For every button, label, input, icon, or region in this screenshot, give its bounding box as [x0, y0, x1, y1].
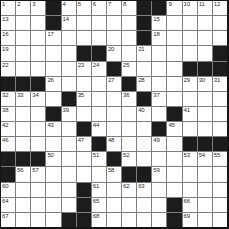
cell-r9c1[interactable]: 42 [1, 122, 15, 136]
cell-r7c11[interactable]: 37 [152, 92, 166, 106]
cell-r2c15[interactable] [213, 16, 227, 30]
clue-number: 68 [93, 213, 99, 219]
cell-r14c1[interactable]: 64 [1, 198, 15, 212]
cell-r8c9[interactable] [122, 107, 136, 121]
cell-r15c14[interactable] [198, 213, 212, 227]
cell-r11c7[interactable]: 51 [92, 152, 106, 166]
black-square-r3c10 [137, 31, 151, 45]
cell-r1c2[interactable]: 2 [16, 1, 30, 15]
black-square-r12c9 [122, 167, 136, 181]
black-square-r4c6 [77, 46, 91, 60]
cell-r9c13[interactable] [183, 122, 197, 136]
cell-r15c13[interactable]: 69 [183, 213, 197, 227]
cell-r13c2[interactable] [16, 183, 30, 197]
cell-r6c11[interactable] [152, 77, 166, 91]
black-square-r1c4 [46, 1, 60, 15]
cell-r1c13[interactable]: 10 [183, 1, 197, 15]
clue-number: 7 [108, 1, 111, 7]
cell-r1c1[interactable]: 1 [1, 1, 15, 15]
cell-r12c3[interactable]: 57 [31, 167, 45, 181]
cell-r2c14[interactable] [198, 16, 212, 30]
clue-number: 31 [214, 77, 220, 83]
black-square-r5c14 [198, 62, 212, 76]
cell-r13c15[interactable] [213, 183, 227, 197]
cell-r12c5[interactable] [62, 167, 76, 181]
clue-number: 23 [78, 62, 84, 68]
cell-r5c3[interactable] [31, 62, 45, 76]
cell-r15c8[interactable] [107, 213, 121, 227]
cell-r2c9[interactable] [122, 16, 136, 30]
clue-number: 17 [47, 31, 53, 37]
clue-number: 44 [93, 122, 99, 128]
black-square-r8c12 [167, 107, 181, 121]
cell-r10c10[interactable] [137, 137, 151, 151]
cell-r4c10[interactable]: 21 [137, 46, 151, 60]
clue-number: 29 [184, 77, 190, 83]
cell-r3c4[interactable]: 17 [46, 31, 60, 45]
cell-r3c13[interactable] [183, 31, 197, 45]
cell-r14c2[interactable] [16, 198, 30, 212]
black-square-r15c6 [77, 213, 91, 227]
cell-r13c10[interactable]: 63 [137, 183, 151, 197]
black-square-r11c1 [1, 152, 15, 166]
cell-r9c7[interactable]: 44 [92, 122, 106, 136]
clue-number: 48 [108, 137, 114, 143]
clue-number: 4 [63, 1, 66, 7]
cell-r9c4[interactable]: 43 [46, 122, 60, 136]
cell-r11c15[interactable]: 55 [213, 152, 227, 166]
cell-r8c14[interactable] [198, 107, 212, 121]
cell-r13c3[interactable] [31, 183, 45, 197]
black-square-r14c6 [77, 198, 91, 212]
clue-number: 62 [123, 183, 129, 189]
cell-r12c8[interactable]: 58 [107, 167, 121, 181]
cell-r12c15[interactable] [213, 167, 227, 181]
clue-number: 64 [2, 198, 8, 204]
cell-r15c2[interactable] [16, 213, 30, 227]
clue-number: 59 [153, 167, 159, 173]
cell-r3c8[interactable] [107, 31, 121, 45]
black-square-r11c8 [107, 152, 121, 166]
clue-number: 15 [153, 16, 159, 22]
clue-number: 1 [2, 1, 5, 7]
cell-r7c9[interactable]: 36 [122, 92, 136, 106]
cell-r7c14[interactable] [198, 92, 212, 106]
cell-r14c3[interactable] [31, 198, 45, 212]
cell-r12c13[interactable] [183, 167, 197, 181]
clue-number: 3 [32, 1, 35, 7]
cell-r7c4[interactable] [46, 92, 60, 106]
clue-number: 12 [214, 1, 220, 7]
black-square-r1c11 [152, 1, 166, 15]
cell-r9c2[interactable] [16, 122, 30, 136]
cell-r1c3[interactable]: 3 [31, 1, 45, 15]
cell-r13c9[interactable]: 62 [122, 183, 136, 197]
clue-number: 10 [184, 1, 190, 7]
cell-r14c14[interactable] [198, 198, 212, 212]
cell-r3c6[interactable] [77, 31, 91, 45]
cell-r10c8[interactable]: 48 [107, 137, 121, 151]
cell-r14c10[interactable] [137, 198, 151, 212]
clue-number: 11 [199, 1, 205, 7]
cell-r10c3[interactable] [31, 137, 45, 151]
cell-r9c8[interactable] [107, 122, 121, 136]
clue-number: 42 [2, 122, 8, 128]
clue-number: 6 [93, 1, 96, 7]
clue-number: 14 [63, 16, 69, 22]
clue-number: 51 [93, 152, 99, 158]
cell-r4c1[interactable]: 19 [1, 46, 15, 60]
cell-r13c12[interactable] [167, 183, 181, 197]
cell-r2c8[interactable] [107, 16, 121, 30]
cell-r14c7[interactable]: 65 [92, 198, 106, 212]
cell-r10c6[interactable]: 47 [77, 137, 91, 151]
cell-r15c1[interactable]: 67 [1, 213, 15, 227]
cell-r3c5[interactable] [62, 31, 76, 45]
cell-r1c5[interactable]: 4 [62, 1, 76, 15]
cell-r14c8[interactable] [107, 198, 121, 212]
cell-r7c2[interactable]: 33 [16, 92, 30, 106]
clue-number: 50 [47, 152, 53, 158]
cell-r15c15[interactable] [213, 213, 227, 227]
cell-r12c14[interactable] [198, 167, 212, 181]
clue-number: 67 [2, 213, 8, 219]
cell-r10c1[interactable]: 46 [1, 137, 15, 151]
cell-r11c10[interactable] [137, 152, 151, 166]
cell-r15c4[interactable] [46, 213, 60, 227]
black-square-r7c5 [62, 92, 76, 106]
clue-number: 8 [123, 1, 126, 7]
cell-r13c5[interactable] [62, 183, 76, 197]
cell-r10c9[interactable] [122, 137, 136, 151]
cell-r6c8[interactable]: 27 [107, 77, 121, 91]
clue-number: 56 [17, 167, 23, 173]
clue-number: 28 [138, 77, 144, 83]
clue-number: 60 [2, 183, 8, 189]
cell-r4c12[interactable] [167, 46, 181, 60]
black-square-r4c15 [213, 46, 227, 60]
cell-r4c14[interactable] [198, 46, 212, 60]
cell-r5c1[interactable]: 22 [1, 62, 15, 76]
black-square-r9c6 [77, 122, 91, 136]
clue-number: 13 [2, 16, 8, 22]
cell-r3c1[interactable]: 16 [1, 31, 15, 45]
clue-number: 40 [138, 107, 144, 113]
cell-r11c4[interactable]: 50 [46, 152, 60, 166]
cell-r11c6[interactable] [77, 152, 91, 166]
cell-r8c6[interactable] [77, 107, 91, 121]
clue-number: 2 [17, 1, 20, 7]
clue-number: 52 [123, 152, 129, 158]
clue-number: 18 [153, 31, 159, 37]
cell-r11c5[interactable] [62, 152, 76, 166]
cell-r11c11[interactable] [152, 152, 166, 166]
cell-r5c7[interactable]: 24 [92, 62, 106, 76]
clue-number: 43 [47, 122, 53, 128]
cell-r13c11[interactable] [152, 183, 166, 197]
cell-r9c15[interactable] [213, 122, 227, 136]
clue-number: 45 [168, 122, 174, 128]
black-square-r10c13 [183, 137, 197, 151]
cell-r1c8[interactable]: 7 [107, 1, 121, 15]
cell-r13c1[interactable]: 60 [1, 183, 15, 197]
cell-r13c14[interactable] [198, 183, 212, 197]
black-square-r11c2 [16, 152, 30, 166]
clue-number: 24 [93, 62, 99, 68]
cell-r4c9[interactable] [122, 46, 136, 60]
black-square-r6c1 [1, 77, 15, 91]
cell-r5c2[interactable] [16, 62, 30, 76]
cell-r1c14[interactable]: 11 [198, 1, 212, 15]
cell-r11c12[interactable] [167, 152, 181, 166]
black-square-r2c10 [137, 16, 151, 30]
clue-number: 35 [78, 92, 84, 98]
black-square-r15c5 [62, 213, 76, 227]
cell-r10c2[interactable] [16, 137, 30, 151]
cell-r6c13[interactable]: 29 [183, 77, 197, 91]
cell-r7c6[interactable]: 35 [77, 92, 91, 106]
cell-r11c9[interactable]: 52 [122, 152, 136, 166]
cell-r3c12[interactable] [167, 31, 181, 45]
black-square-r1c10 [137, 1, 151, 15]
cell-r13c4[interactable] [46, 183, 60, 197]
black-square-r8c4 [46, 107, 60, 121]
black-square-r5c13 [183, 62, 197, 76]
cell-r7c15[interactable] [213, 92, 227, 106]
cell-r3c14[interactable] [198, 31, 212, 45]
clue-number: 34 [32, 92, 38, 98]
black-square-r11c3 [31, 152, 45, 166]
cell-r1c9[interactable]: 8 [122, 1, 136, 15]
clue-number: 41 [184, 107, 190, 113]
clue-number: 21 [138, 46, 144, 52]
clue-number: 53 [184, 152, 190, 158]
cell-r10c5[interactable] [62, 137, 76, 151]
cell-r13c8[interactable] [107, 183, 121, 197]
cell-r8c2[interactable] [16, 107, 30, 121]
cell-r2c12[interactable] [167, 16, 181, 30]
cell-r8c10[interactable]: 40 [137, 107, 151, 121]
cell-r2c1[interactable]: 13 [1, 16, 15, 30]
clue-number: 39 [63, 107, 69, 113]
cell-r10c4[interactable] [46, 137, 60, 151]
cell-r4c2[interactable] [16, 46, 30, 60]
cell-r7c8[interactable] [107, 92, 121, 106]
cell-r14c9[interactable] [122, 198, 136, 212]
black-square-r14c12 [167, 198, 181, 212]
cell-r7c13[interactable] [183, 92, 197, 106]
cell-r6c10[interactable]: 28 [137, 77, 151, 91]
clue-number: 16 [2, 31, 8, 37]
cell-r6c14[interactable]: 30 [198, 77, 212, 91]
clue-number: 65 [93, 198, 99, 204]
cell-r15c11[interactable] [152, 213, 166, 227]
black-square-r10c15 [213, 137, 227, 151]
cell-r9c10[interactable] [137, 122, 151, 136]
cell-r2c5[interactable]: 14 [62, 16, 76, 30]
cell-r3c9[interactable] [122, 31, 136, 45]
cell-r2c2[interactable] [16, 16, 30, 30]
cell-r2c3[interactable] [31, 16, 45, 30]
black-square-r4c7 [92, 46, 106, 60]
cell-r14c11[interactable] [152, 198, 166, 212]
cell-r4c5[interactable] [62, 46, 76, 60]
clue-number: 57 [32, 167, 38, 173]
black-square-r2c4 [46, 16, 60, 30]
clue-number: 38 [2, 107, 8, 113]
black-square-r10c14 [198, 137, 212, 151]
black-square-r12c1 [1, 167, 15, 181]
clue-number: 55 [214, 152, 220, 158]
clue-number: 58 [108, 167, 114, 173]
cell-r7c7[interactable] [92, 92, 106, 106]
cell-r1c15[interactable]: 12 [213, 1, 227, 15]
cell-r15c9[interactable] [122, 213, 136, 227]
clue-number: 47 [78, 137, 84, 143]
cell-r7c3[interactable]: 34 [31, 92, 45, 106]
cell-r9c5[interactable] [62, 122, 76, 136]
cell-r8c15[interactable] [213, 107, 227, 121]
clue-number: 33 [17, 92, 23, 98]
cell-r12c4[interactable] [46, 167, 60, 181]
cell-r4c8[interactable]: 20 [107, 46, 121, 60]
cell-r2c7[interactable] [92, 16, 106, 30]
black-square-r9c11 [152, 122, 166, 136]
cell-r3c2[interactable] [16, 31, 30, 45]
cell-r9c9[interactable] [122, 122, 136, 136]
cell-r8c8[interactable] [107, 107, 121, 121]
cell-r8c7[interactable] [92, 107, 106, 121]
black-square-r7c10 [137, 92, 151, 106]
cell-r7c12[interactable] [167, 92, 181, 106]
cell-r10c12[interactable] [167, 137, 181, 151]
cell-r3c3[interactable] [31, 31, 45, 45]
clue-number: 22 [2, 62, 8, 68]
cell-r1c12[interactable]: 9 [167, 1, 181, 15]
cell-r4c11[interactable] [152, 46, 166, 60]
cell-r3c15[interactable] [213, 31, 227, 45]
clue-number: 63 [138, 183, 144, 189]
cell-r4c13[interactable] [183, 46, 197, 60]
cell-r12c2[interactable]: 56 [16, 167, 30, 181]
black-square-r5c8 [107, 62, 121, 76]
cell-r1c7[interactable]: 6 [92, 1, 106, 15]
cell-r5c10[interactable] [137, 62, 151, 76]
cell-r13c7[interactable]: 61 [92, 183, 106, 197]
black-square-r15c12 [167, 213, 181, 227]
cell-r14c13[interactable]: 66 [183, 198, 197, 212]
cell-r12c11[interactable]: 59 [152, 167, 166, 181]
cell-r7c1[interactable]: 32 [1, 92, 15, 106]
cell-r9c12[interactable]: 45 [167, 122, 181, 136]
cell-r2c6[interactable] [77, 16, 91, 30]
cell-r15c7[interactable]: 68 [92, 213, 106, 227]
black-square-r5c15 [213, 62, 227, 76]
cell-r15c10[interactable] [137, 213, 151, 227]
cell-r6c7[interactable] [92, 77, 106, 91]
cell-r14c4[interactable] [46, 198, 60, 212]
cell-r12c6[interactable] [77, 167, 91, 181]
cell-r11c13[interactable]: 53 [183, 152, 197, 166]
cell-r9c14[interactable] [198, 122, 212, 136]
cell-r14c5[interactable] [62, 198, 76, 212]
crossword-grid: 1234567891011121314151617181920212223242… [0, 0, 229, 229]
cell-r5c4[interactable] [46, 62, 60, 76]
clue-number: 36 [123, 92, 129, 98]
cell-r5c11[interactable] [152, 62, 166, 76]
clue-number: 5 [78, 1, 81, 7]
cell-r5c12[interactable] [167, 62, 181, 76]
clue-number: 61 [93, 183, 99, 189]
cell-r4c4[interactable] [46, 46, 60, 60]
cell-r5c6[interactable]: 23 [77, 62, 91, 76]
clue-number: 66 [184, 198, 190, 204]
clue-number: 46 [2, 137, 8, 143]
cell-r10c11[interactable]: 49 [152, 137, 166, 151]
black-square-r13c6 [77, 183, 91, 197]
cell-r4c3[interactable] [31, 46, 45, 60]
cell-r12c12[interactable] [167, 167, 181, 181]
clue-number: 37 [153, 92, 159, 98]
cell-r6c12[interactable] [167, 77, 181, 91]
cell-r9c3[interactable] [31, 122, 45, 136]
black-square-r6c3 [31, 77, 45, 91]
clue-number: 69 [184, 213, 190, 219]
clue-number: 19 [2, 46, 8, 52]
cell-r13c13[interactable] [183, 183, 197, 197]
clue-number: 20 [108, 46, 114, 52]
clue-number: 9 [168, 1, 171, 7]
cell-r8c5[interactable]: 39 [62, 107, 76, 121]
cell-r8c3[interactable] [31, 107, 45, 121]
black-square-r6c9 [122, 77, 136, 91]
cell-r2c13[interactable] [183, 16, 197, 30]
clue-number: 26 [47, 77, 53, 83]
clue-number: 27 [108, 77, 114, 83]
black-square-r12c10 [137, 167, 151, 181]
cell-r15c3[interactable] [31, 213, 45, 227]
cell-r8c1[interactable]: 38 [1, 107, 15, 121]
cell-r14c15[interactable] [213, 198, 227, 212]
clue-number: 25 [123, 62, 129, 68]
cell-r3c11[interactable]: 18 [152, 31, 166, 45]
cell-r1c6[interactable]: 5 [77, 1, 91, 15]
cell-r6c15[interactable]: 31 [213, 77, 227, 91]
black-square-r10c7 [92, 137, 106, 151]
cell-r12c7[interactable] [92, 167, 106, 181]
cell-r8c11[interactable] [152, 107, 166, 121]
clue-number: 54 [199, 152, 205, 158]
clue-number: 49 [153, 137, 159, 143]
cell-r6c4[interactable]: 26 [46, 77, 60, 91]
cell-r11c14[interactable]: 54 [198, 152, 212, 166]
cell-r2c11[interactable]: 15 [152, 16, 166, 30]
cell-r6c6[interactable] [77, 77, 91, 91]
cell-r6c5[interactable] [62, 77, 76, 91]
cell-r8c13[interactable]: 41 [183, 107, 197, 121]
cell-r5c5[interactable] [62, 62, 76, 76]
black-square-r6c2 [16, 77, 30, 91]
clue-number: 32 [2, 92, 8, 98]
cell-r3c7[interactable] [92, 31, 106, 45]
clue-number: 30 [199, 77, 205, 83]
cell-r5c9[interactable]: 25 [122, 62, 136, 76]
